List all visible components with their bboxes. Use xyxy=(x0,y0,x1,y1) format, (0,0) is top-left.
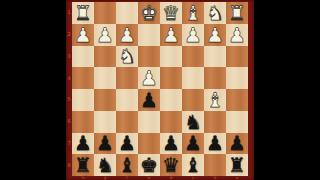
black-rook-piece: ♜ xyxy=(74,155,92,175)
square-e1[interactable]: ♚ xyxy=(138,2,160,24)
square-c6[interactable]: ♞ xyxy=(182,111,204,133)
white-bishop-piece: ♝ xyxy=(206,89,224,109)
white-pawn-piece: ♟ xyxy=(228,24,246,44)
square-g5[interactable] xyxy=(94,89,116,111)
black-king-piece: ♚ xyxy=(140,155,158,175)
white-rook-piece: ♜ xyxy=(74,2,92,22)
black-pawn-piece: ♟ xyxy=(74,133,92,153)
white-pawn-piece: ♟ xyxy=(74,24,92,44)
square-g4[interactable] xyxy=(94,67,116,89)
white-rook-piece: ♜ xyxy=(228,2,246,22)
file-label-g: g xyxy=(94,176,116,180)
rank-label-6: 6 xyxy=(66,111,72,133)
square-g6[interactable] xyxy=(94,111,116,133)
square-e4[interactable]: ♟ xyxy=(138,67,160,89)
white-bishop-piece: ♝ xyxy=(184,2,202,22)
square-d8[interactable]: ♛ xyxy=(160,154,182,176)
file-label-a: a xyxy=(226,176,248,180)
video-frame: 12345678 ♜♚♛♝♞♜♟♟♟♟♟♟♟♞♟♟♝♞♟♟♟♟♟♟♟♜♞♝♚♛♝… xyxy=(0,0,320,180)
white-knight-piece: ♞ xyxy=(206,2,224,22)
rank-label-1: 1 xyxy=(66,2,72,24)
square-h5[interactable] xyxy=(72,89,94,111)
black-pawn-piece: ♟ xyxy=(184,133,202,153)
letterbox-right xyxy=(254,0,320,180)
square-a8[interactable]: ♜ xyxy=(226,154,248,176)
square-e3[interactable] xyxy=(138,46,160,68)
file-label-b: b xyxy=(204,176,226,180)
square-g2[interactable]: ♟ xyxy=(94,24,116,46)
square-a1[interactable]: ♜ xyxy=(226,2,248,24)
square-b3[interactable] xyxy=(204,46,226,68)
square-c8[interactable]: ♝ xyxy=(182,154,204,176)
square-f8[interactable]: ♝ xyxy=(116,154,138,176)
square-b7[interactable]: ♟ xyxy=(204,133,226,155)
square-c7[interactable]: ♟ xyxy=(182,133,204,155)
black-pawn-piece: ♟ xyxy=(206,133,224,153)
square-d6[interactable] xyxy=(160,111,182,133)
file-label-c: c xyxy=(182,176,204,180)
black-pawn-piece: ♟ xyxy=(140,89,158,109)
board-grid: ♜♚♛♝♞♜♟♟♟♟♟♟♟♞♟♟♝♞♟♟♟♟♟♟♟♜♞♝♚♛♝♜ xyxy=(72,2,248,176)
square-f2[interactable]: ♟ xyxy=(116,24,138,46)
file-label-h: h xyxy=(72,176,94,180)
square-b2[interactable]: ♟ xyxy=(204,24,226,46)
white-pawn-piece: ♟ xyxy=(184,24,202,44)
black-knight-piece: ♞ xyxy=(184,111,202,131)
file-label-d: d xyxy=(160,176,182,180)
square-c4[interactable] xyxy=(182,67,204,89)
white-pawn-piece: ♟ xyxy=(206,24,224,44)
square-b8[interactable] xyxy=(204,154,226,176)
square-f4[interactable] xyxy=(116,67,138,89)
square-a5[interactable] xyxy=(226,89,248,111)
file-label-f: f xyxy=(116,176,138,180)
square-g1[interactable] xyxy=(94,2,116,24)
rank-label-4: 4 xyxy=(66,67,72,89)
square-h8[interactable]: ♜ xyxy=(72,154,94,176)
white-pawn-piece: ♟ xyxy=(118,24,136,44)
black-queen-piece: ♛ xyxy=(162,155,180,175)
square-d7[interactable]: ♟ xyxy=(160,133,182,155)
square-f6[interactable] xyxy=(116,111,138,133)
square-g7[interactable]: ♟ xyxy=(94,133,116,155)
rank-label-5: 5 xyxy=(66,89,72,111)
square-a7[interactable]: ♟ xyxy=(226,133,248,155)
square-e7[interactable] xyxy=(138,133,160,155)
letterbox-left xyxy=(0,0,66,180)
white-queen-piece: ♛ xyxy=(162,2,180,22)
square-c3[interactable] xyxy=(182,46,204,68)
square-h7[interactable]: ♟ xyxy=(72,133,94,155)
chess-board: 12345678 ♜♚♛♝♞♜♟♟♟♟♟♟♟♞♟♟♝♞♟♟♟♟♟♟♟♜♞♝♚♛♝… xyxy=(66,0,254,180)
square-g3[interactable] xyxy=(94,46,116,68)
square-d1[interactable]: ♛ xyxy=(160,2,182,24)
black-pawn-piece: ♟ xyxy=(228,133,246,153)
black-pawn-piece: ♟ xyxy=(162,133,180,153)
square-c2[interactable]: ♟ xyxy=(182,24,204,46)
black-rook-piece: ♜ xyxy=(228,155,246,175)
black-knight-piece: ♞ xyxy=(96,155,114,175)
square-h3[interactable] xyxy=(72,46,94,68)
square-e5[interactable]: ♟ xyxy=(138,89,160,111)
square-a3[interactable] xyxy=(226,46,248,68)
square-f1[interactable] xyxy=(116,2,138,24)
square-f7[interactable]: ♟ xyxy=(116,133,138,155)
square-d2[interactable]: ♟ xyxy=(160,24,182,46)
square-b1[interactable]: ♞ xyxy=(204,2,226,24)
square-c1[interactable]: ♝ xyxy=(182,2,204,24)
square-h1[interactable]: ♜ xyxy=(72,2,94,24)
white-king-piece: ♚ xyxy=(140,2,158,22)
square-d3[interactable] xyxy=(160,46,182,68)
white-pawn-piece: ♟ xyxy=(162,24,180,44)
rank-label-7: 7 xyxy=(66,133,72,155)
black-pawn-piece: ♟ xyxy=(118,133,136,153)
square-h4[interactable] xyxy=(72,67,94,89)
square-d4[interactable] xyxy=(160,67,182,89)
black-bishop-piece: ♝ xyxy=(118,155,136,175)
white-pawn-piece: ♟ xyxy=(140,68,158,88)
rank-label-3: 3 xyxy=(66,46,72,68)
white-knight-piece: ♞ xyxy=(118,46,136,66)
square-b4[interactable] xyxy=(204,67,226,89)
file-label-e: e xyxy=(138,176,160,180)
file-labels: hgfedcba xyxy=(72,176,248,180)
square-a2[interactable]: ♟ xyxy=(226,24,248,46)
black-pawn-piece: ♟ xyxy=(96,133,114,153)
white-pawn-piece: ♟ xyxy=(96,24,114,44)
black-bishop-piece: ♝ xyxy=(184,155,202,175)
square-e8[interactable]: ♚ xyxy=(138,154,160,176)
square-f3[interactable]: ♞ xyxy=(116,46,138,68)
square-g8[interactable]: ♞ xyxy=(94,154,116,176)
square-b6[interactable] xyxy=(204,111,226,133)
square-e2[interactable] xyxy=(138,24,160,46)
square-e6[interactable] xyxy=(138,111,160,133)
square-a6[interactable] xyxy=(226,111,248,133)
square-b5[interactable]: ♝ xyxy=(204,89,226,111)
square-d5[interactable] xyxy=(160,89,182,111)
square-h2[interactable]: ♟ xyxy=(72,24,94,46)
square-f5[interactable] xyxy=(116,89,138,111)
square-h6[interactable] xyxy=(72,111,94,133)
rank-labels: 12345678 xyxy=(66,2,72,176)
square-c5[interactable] xyxy=(182,89,204,111)
square-a4[interactable] xyxy=(226,67,248,89)
rank-label-2: 2 xyxy=(66,24,72,46)
rank-label-8: 8 xyxy=(66,154,72,176)
